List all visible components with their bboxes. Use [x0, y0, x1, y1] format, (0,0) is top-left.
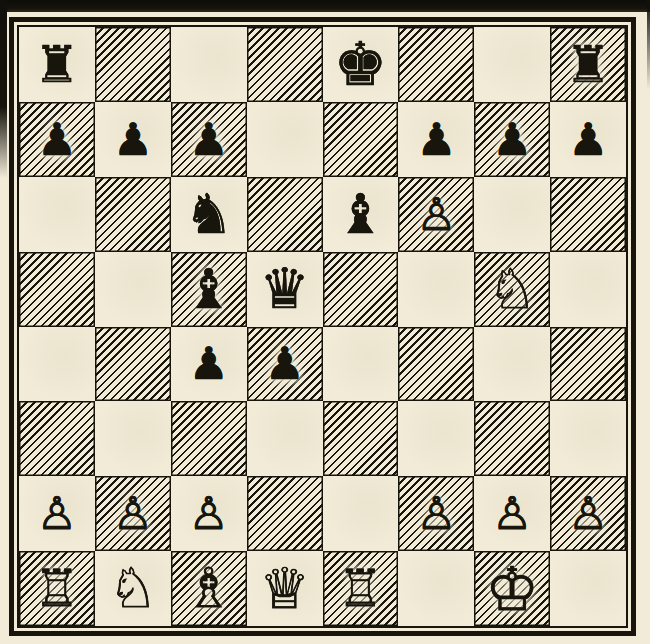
square-h4 — [550, 327, 626, 402]
black-pawn: ♟ — [568, 117, 608, 162]
square-f4 — [398, 327, 474, 402]
square-d7 — [247, 102, 323, 177]
square-d2 — [247, 476, 323, 551]
square-f6: ♙ — [398, 177, 474, 252]
square-h1 — [550, 551, 626, 626]
square-e3 — [323, 401, 399, 476]
square-d4: ♟ — [247, 327, 323, 402]
square-f2: ♙ — [398, 476, 474, 551]
square-a5 — [19, 252, 95, 327]
white-pawn: ♙ — [189, 491, 229, 536]
white-pawn: ♙ — [568, 491, 608, 536]
scanned-book-page: ♜♚♜♟♟♟♟♟♟♞♝♙♝♛♘♟♟♙♙♙♙♙♙♖♘♗♕♖♔ — [0, 0, 650, 644]
square-c8 — [171, 27, 247, 102]
square-d3 — [247, 401, 323, 476]
black-knight: ♞ — [184, 187, 233, 242]
square-a6 — [19, 177, 95, 252]
black-bishop: ♝ — [184, 262, 233, 317]
square-f3 — [398, 401, 474, 476]
square-c7: ♟ — [171, 102, 247, 177]
square-a1: ♖ — [19, 551, 95, 626]
square-b3 — [95, 401, 171, 476]
white-knight: ♘ — [108, 561, 157, 616]
square-b7: ♟ — [95, 102, 171, 177]
square-f1 — [398, 551, 474, 626]
square-c5: ♝ — [171, 252, 247, 327]
square-d1: ♕ — [247, 551, 323, 626]
black-rook: ♜ — [565, 39, 611, 90]
square-g5: ♘ — [474, 252, 550, 327]
white-rook: ♖ — [338, 563, 384, 614]
square-g1: ♔ — [474, 551, 550, 626]
black-pawn: ♟ — [264, 341, 304, 386]
black-bishop: ♝ — [336, 187, 385, 242]
square-g4 — [474, 327, 550, 402]
square-g6 — [474, 177, 550, 252]
white-queen: ♕ — [259, 561, 309, 617]
square-c2: ♙ — [171, 476, 247, 551]
square-e2 — [323, 476, 399, 551]
white-pawn: ♙ — [492, 491, 532, 536]
square-b2: ♙ — [95, 476, 171, 551]
square-d5: ♛ — [247, 252, 323, 327]
white-knight: ♘ — [488, 262, 537, 317]
white-bishop: ♗ — [184, 561, 233, 616]
square-e5 — [323, 252, 399, 327]
chessboard-frame: ♜♚♜♟♟♟♟♟♟♞♝♙♝♛♘♟♟♙♙♙♙♙♙♖♘♗♕♖♔ — [9, 17, 636, 636]
black-king: ♚ — [334, 34, 388, 94]
black-pawn: ♟ — [189, 341, 229, 386]
square-f7: ♟ — [398, 102, 474, 177]
black-pawn: ♟ — [189, 117, 229, 162]
square-a4 — [19, 327, 95, 402]
black-pawn: ♟ — [416, 117, 456, 162]
black-rook: ♜ — [34, 39, 80, 90]
square-a3 — [19, 401, 95, 476]
square-b1: ♘ — [95, 551, 171, 626]
square-h7: ♟ — [550, 102, 626, 177]
page-edge-shadow-left — [0, 0, 7, 178]
white-pawn: ♙ — [416, 491, 456, 536]
white-pawn: ♙ — [416, 192, 456, 237]
square-h8: ♜ — [550, 27, 626, 102]
white-pawn: ♙ — [37, 491, 77, 536]
square-e8: ♚ — [323, 27, 399, 102]
black-queen: ♛ — [259, 261, 309, 317]
black-pawn: ♟ — [113, 117, 153, 162]
square-b5 — [95, 252, 171, 327]
chessboard: ♜♚♜♟♟♟♟♟♟♞♝♙♝♛♘♟♟♙♙♙♙♙♙♖♘♗♕♖♔ — [19, 27, 626, 626]
chessboard-inner-border: ♜♚♜♟♟♟♟♟♟♞♝♙♝♛♘♟♟♙♙♙♙♙♙♖♘♗♕♖♔ — [17, 25, 628, 628]
square-e4 — [323, 327, 399, 402]
square-g3 — [474, 401, 550, 476]
square-a7: ♟ — [19, 102, 95, 177]
square-b6 — [95, 177, 171, 252]
square-e6: ♝ — [323, 177, 399, 252]
square-h5 — [550, 252, 626, 327]
page-edge-shadow-top — [0, 0, 650, 12]
square-a2: ♙ — [19, 476, 95, 551]
square-c4: ♟ — [171, 327, 247, 402]
square-c1: ♗ — [171, 551, 247, 626]
square-e7 — [323, 102, 399, 177]
white-king: ♔ — [485, 559, 539, 619]
square-h3 — [550, 401, 626, 476]
black-pawn: ♟ — [492, 117, 532, 162]
square-d6 — [247, 177, 323, 252]
square-c6: ♞ — [171, 177, 247, 252]
white-rook: ♖ — [34, 563, 80, 614]
square-g8 — [474, 27, 550, 102]
square-e1: ♖ — [323, 551, 399, 626]
square-g2: ♙ — [474, 476, 550, 551]
square-d8 — [247, 27, 323, 102]
square-g7: ♟ — [474, 102, 550, 177]
square-b4 — [95, 327, 171, 402]
square-h6 — [550, 177, 626, 252]
square-f8 — [398, 27, 474, 102]
white-pawn: ♙ — [113, 491, 153, 536]
square-f5 — [398, 252, 474, 327]
square-a8: ♜ — [19, 27, 95, 102]
black-pawn: ♟ — [37, 117, 77, 162]
square-b8 — [95, 27, 171, 102]
square-c3 — [171, 401, 247, 476]
square-h2: ♙ — [550, 476, 626, 551]
